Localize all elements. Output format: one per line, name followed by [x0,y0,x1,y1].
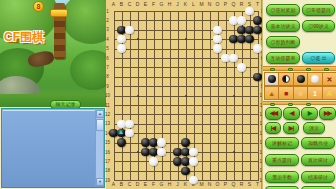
go-board[interactable]: AA11BB22CC33DD44EE55FF66GG77HH88JJ99KK10… [106,0,262,189]
stone-white[interactable] [125,129,133,137]
stone-white[interactable] [149,157,157,165]
coord-label-left: 2 [104,18,111,23]
star-point [185,95,187,97]
toolbar-divider [263,66,336,71]
coord-label-top: N [206,2,214,7]
clipped-button[interactable] [265,186,299,189]
coord-label-bottom: G [158,182,166,187]
forward-button[interactable]: ▶ [301,107,318,120]
coord-label-top: E [142,2,150,7]
coord-label-top: R [238,2,246,7]
coord-label-bottom: C [126,182,134,187]
coord-label-bottom: R [238,182,246,187]
coord-label-top: D [134,2,142,7]
coord-label-top: K [182,2,190,7]
stone-white[interactable] [125,120,133,128]
menu-button-judgment[interactable]: ◎形势判断 [266,36,300,48]
stone-black[interactable] [245,35,253,43]
coord-label-left: 4 [104,37,111,42]
stone-black[interactable] [253,73,261,81]
rewind-button[interactable]: ◀◀ [265,107,282,120]
coord-label-bottom: B [118,182,126,187]
grid-line [202,11,203,181]
stone-white[interactable] [245,7,253,15]
coord-label-left: 10 [104,93,111,98]
coord-label-bottom: P [222,182,230,187]
divider-tab[interactable] [288,103,293,106]
tool-mark-triangle[interactable]: ▲ [264,86,279,100]
stone-white[interactable] [253,44,261,52]
stone-white[interactable] [189,176,197,184]
stone-white[interactable] [117,44,125,52]
divider-tab[interactable] [324,68,329,71]
coord-label-top: H [166,2,174,7]
stone-white[interactable] [157,148,165,156]
star-point [185,38,187,40]
coord-label-bottom: J [174,182,182,187]
control-panel: ◎答对奖励 ◎常错题目 基本功讲义 ◎99讲义 ◎形势判断 互动答题率 ◎退 出… [262,0,336,189]
mascot-scene: CF围棋 8 [0,0,106,107]
tool-black-stone[interactable] [294,72,308,86]
tool-white-stone[interactable] [308,72,322,86]
coord-label-left: 19 [104,178,111,183]
menu-button-answer-rate[interactable]: 互动答题率 [266,52,300,64]
stone-white[interactable] [229,54,237,62]
coord-label-left: 9 [104,84,111,89]
last-move-button[interactable]: ▶| [283,122,299,134]
coord-label-left: 12 [104,112,111,117]
tool-mark-letter[interactable]: A [323,86,336,100]
scroll-down-icon[interactable]: ▼ [96,178,104,186]
load-homework-button[interactable]: 加载作业 [301,137,335,149]
level-badge: 8 [33,1,44,12]
menu-button-reward[interactable]: ◎答对奖励 [266,4,300,16]
coord-label-left: 5 [104,46,111,51]
coord-label-top: P [222,2,230,7]
coord-label-top: M [198,2,206,7]
grid-line [210,11,211,181]
coord-label-top: J [174,2,182,7]
coord-label-bottom: H [166,182,174,187]
divider-tab[interactable] [270,68,275,71]
coord-label-left: 8 [104,74,111,79]
foliage [62,0,106,44]
stone-black[interactable] [181,138,189,146]
coord-label-top: C [126,2,134,7]
stone-white[interactable] [157,138,165,146]
coord-label-top: B [118,2,126,7]
stone-black[interactable] [117,138,125,146]
divider-tab[interactable] [270,103,275,106]
app-logo: CF围棋 [4,29,44,46]
menu-button-basics[interactable]: 基本功讲义 [266,20,300,32]
fast-forward-button[interactable]: ▶▶ [319,107,336,120]
lecture-mark-button[interactable]: 讲解标记 [265,137,299,149]
tool-erase[interactable]: ✕ [323,72,336,86]
divider-tab[interactable] [306,68,311,71]
coord-label-bottom: Q [230,182,238,187]
coord-label-left: 18 [104,168,111,173]
nav-divider [263,101,336,105]
star-point [137,38,139,40]
discuss-again-button[interactable]: 再次研讨 [301,154,335,166]
star-point [233,151,235,153]
tool-mark-square[interactable]: ■ [279,86,293,100]
stone-white[interactable] [213,44,221,52]
coord-label-bottom: O [214,182,222,187]
stone-black[interactable] [253,16,261,24]
menu-button-mistakes[interactable]: ◎常错题目 [302,4,335,16]
stone-white[interactable] [189,157,197,165]
coord-label-top: Q [230,2,238,7]
stone-white[interactable] [213,35,221,43]
divider-tab[interactable] [306,103,311,106]
coord-label-left: 3 [104,27,111,32]
star-point [137,151,139,153]
foliage [70,50,106,90]
coord-label-bottom: E [142,182,150,187]
coord-label-bottom: S [246,182,254,187]
coord-label-left: 13 [104,121,111,126]
stone-tool-row: ✕ [264,72,336,86]
last-move-marker [119,130,123,134]
go-app-window: CF围棋 8 聊天记录 ▲ ▼ AA11BB22CC33DD44EE55FF66… [0,0,336,189]
tool-mark-circle[interactable]: ○ [294,86,308,100]
tool-black-stone-selected[interactable] [264,72,279,86]
star-point [137,95,139,97]
exit-button[interactable]: ◎退 出 [302,52,335,64]
stone-black[interactable] [253,26,261,34]
coord-label-bottom: D [134,182,142,187]
coord-label-left: 7 [104,65,111,70]
clipped-button[interactable] [301,186,335,189]
tool-mark-number[interactable]: 1 [308,86,322,100]
grid-line [226,11,227,181]
coord-label-left: 6 [104,56,111,61]
tower-sign [50,9,68,17]
first-move-button[interactable]: |◀ [265,122,281,134]
coord-label-left: 16 [104,150,111,155]
demo-button[interactable]: 演示 [303,122,325,134]
coord-label-top: G [158,2,166,7]
coord-label-left: 17 [104,159,111,164]
coord-label-bottom: N [206,182,214,187]
coord-label-bottom: M [198,182,206,187]
stone-white[interactable] [125,26,133,34]
back-button[interactable]: ◀ [283,107,300,120]
grid-line [114,114,259,115]
coord-label-top: T [254,2,262,7]
scroll-up-icon[interactable]: ▲ [96,110,104,118]
coord-label-top: F [150,2,158,7]
grid-line [114,133,259,134]
show-move-numbers-button[interactable]: 显示手数 [265,171,299,183]
grid-line [114,124,259,125]
coord-label-top: O [214,2,222,7]
star-point [233,95,235,97]
grid-line [114,105,259,106]
coord-label-top: L [190,2,198,7]
end-discussion-button[interactable]: 结束研讨 [301,171,335,183]
chat-panel: ▲ ▼ [1,108,105,188]
stone-black[interactable] [181,167,189,175]
mark-tool-row: ▲ ■ ○ 1 A [264,86,336,100]
coord-label-bottom: T [254,182,262,187]
stone-white[interactable] [237,16,245,24]
tool-alternate-stone[interactable] [279,72,293,86]
coord-label-left: 11 [104,103,111,108]
stone-white[interactable] [237,63,245,71]
coord-label-left: 1 [104,9,111,14]
stone-white[interactable] [213,26,221,34]
coord-label-left: 15 [104,140,111,145]
stone-white[interactable] [117,35,125,43]
chat-scrollbar[interactable]: ▲ ▼ [95,110,103,186]
coord-label-bottom: A [110,182,118,187]
coord-label-bottom: K [182,182,190,187]
scroll-thumb[interactable] [96,119,104,131]
stone-white[interactable] [189,148,197,156]
coord-label-top: A [110,2,118,7]
coord-label-bottom: F [150,182,158,187]
key-problems-button[interactable]: 重点题目 [265,154,299,166]
chat-message-area[interactable] [3,110,95,186]
menu-button-lecture[interactable]: ◎99讲义 [302,20,335,32]
divider-tab[interactable] [288,68,293,71]
